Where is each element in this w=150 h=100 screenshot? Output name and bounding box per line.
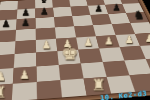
square-b2[interactable]: ♟ (13, 67, 37, 84)
square-a5[interactable] (0, 30, 16, 43)
black-pawn[interactable]: ♟ (113, 3, 121, 12)
square-f3[interactable] (99, 47, 124, 62)
square-c6[interactable] (35, 17, 55, 28)
white-pawn[interactable]: ♟ (84, 37, 93, 47)
square-a6[interactable]: ♟ (0, 19, 17, 31)
square-d3[interactable]: ♚ (57, 50, 81, 65)
square-h4[interactable]: ♟ (135, 33, 150, 46)
white-pawn[interactable]: ♟ (0, 71, 6, 83)
square-g3[interactable] (120, 46, 146, 61)
white-pawn[interactable]: ♟ (104, 36, 113, 46)
board-grid: ♝♚♟♟♟♟♟♟♞♟♟♟♟♟♟♚♟♟♜♜ (0, 0, 150, 100)
square-a1[interactable]: ♜ (0, 84, 13, 100)
white-pawn[interactable]: ♟ (125, 35, 134, 45)
black-pawn[interactable]: ♟ (2, 19, 11, 29)
square-g4[interactable]: ♟ (116, 34, 141, 47)
white-pawn[interactable]: ♟ (20, 69, 31, 81)
square-d1[interactable] (60, 79, 86, 98)
white-rook[interactable]: ♜ (91, 77, 105, 93)
square-g2[interactable] (124, 59, 150, 75)
square-a3[interactable] (0, 54, 15, 70)
white-rook[interactable]: ♜ (0, 84, 7, 100)
square-f4[interactable]: ♟ (96, 35, 120, 48)
chess-board: ♝♚♟♟♟♟♟♟♞♟♟♟♟♟♟♚♟♟♜♜ (0, 0, 150, 100)
black-pawn[interactable]: ♟ (22, 8, 30, 17)
white-king[interactable]: ♚ (61, 44, 78, 63)
square-b1[interactable] (12, 82, 37, 100)
white-pawn[interactable]: ♟ (42, 40, 51, 51)
square-b5[interactable] (15, 29, 35, 42)
chess-app-window: ♝♚♟♟♟♟♟♟♞♟♟♟♟♟♟♚♟♟♜♜ 10. Ke2-d3 (0, 0, 150, 100)
black-knight[interactable]: ♞ (134, 9, 145, 21)
square-c1[interactable] (37, 80, 62, 99)
black-pawn[interactable]: ♟ (40, 7, 48, 16)
square-c3[interactable] (36, 51, 59, 66)
square-d2[interactable] (59, 63, 84, 80)
white-pawn[interactable]: ♟ (145, 33, 150, 43)
black-pawn[interactable]: ♟ (22, 18, 31, 28)
square-c2[interactable] (36, 65, 60, 82)
square-c7[interactable]: ♟ (35, 8, 54, 19)
black-pawn[interactable]: ♟ (95, 4, 103, 13)
black-king[interactable]: ♚ (72, 0, 85, 5)
